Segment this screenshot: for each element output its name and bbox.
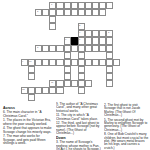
grid-cell[interactable]	[56, 45, 63, 52]
clue-text: 9. The author of "A Christmas Carol", an…	[56, 102, 102, 112]
grid-cell[interactable]	[49, 87, 56, 94]
grid-cell[interactable]	[106, 52, 113, 59]
clue-number: 7	[79, 38, 80, 40]
grid-cell[interactable]	[78, 2, 85, 9]
clue-text: 2. The first ghost to visit Scrooge that…	[104, 103, 149, 117]
grid-cell[interactable]	[28, 87, 35, 94]
grid-cell[interactable]	[106, 80, 113, 87]
clue-number: 4	[79, 31, 80, 33]
grid-cell[interactable]	[85, 59, 92, 66]
grid-cell[interactable]	[78, 80, 85, 87]
grid-cell[interactable]	[56, 9, 63, 16]
grid-cell[interactable]	[64, 52, 71, 59]
grid-cell[interactable]	[56, 80, 63, 87]
clues-column-3: 2. The first ghost to visit Scrooge that…	[104, 103, 149, 150]
clue-number: 3	[79, 24, 80, 26]
grid-cell[interactable]: 6	[64, 37, 71, 44]
crossword-worksheet: 123456789101112 Across6. The main charac…	[0, 0, 150, 150]
grid-cell[interactable]	[78, 9, 85, 16]
grid-cell[interactable]	[64, 59, 71, 66]
grid-cell[interactable]	[78, 66, 85, 73]
clue-number: 9	[22, 60, 23, 62]
grid-cell[interactable]	[113, 59, 120, 66]
grid-cell[interactable]	[28, 73, 35, 80]
grid-cell[interactable]	[99, 45, 106, 52]
grid-cell[interactable]	[71, 59, 78, 66]
grid-cell[interactable]	[78, 59, 85, 66]
grid-cell[interactable]	[92, 37, 99, 44]
grid-cell[interactable]	[64, 45, 71, 52]
clue-text: 7. The man who works for Scrooge, and ge…	[3, 134, 53, 144]
grid-cell[interactable]	[71, 9, 78, 16]
grid-cell[interactable]	[64, 9, 71, 16]
clues-column-3-content: 2. The first ghost to visit Scrooge that…	[104, 103, 149, 150]
clues-column-1-content: Across6. The main character in "A Christ…	[3, 106, 53, 145]
grid-cell[interactable]	[99, 9, 106, 16]
grid-cell[interactable]: 8	[35, 45, 42, 52]
clue-text: 3. The name of Scrooge's nephew, whose m…	[56, 141, 102, 150]
clue-number: 5	[108, 31, 109, 33]
grid-cell[interactable]: 1	[49, 2, 56, 9]
grid-cell[interactable]	[85, 45, 92, 52]
clue-text: 5. The second ghost met by Marley to enl…	[104, 118, 149, 132]
grid-cell[interactable]	[78, 87, 85, 94]
grid-cell[interactable]	[92, 45, 99, 52]
grid-cell[interactable]: 4	[78, 30, 85, 37]
grid-cell[interactable]	[49, 16, 56, 23]
grid-cell[interactable]	[71, 2, 78, 9]
grid-cell[interactable]	[64, 2, 71, 9]
grid-cell[interactable]	[99, 37, 106, 44]
grid-cell[interactable]	[42, 87, 49, 94]
grid-cell[interactable]	[64, 66, 71, 73]
grid-cell[interactable]	[78, 52, 85, 59]
clue-number: 6	[65, 38, 66, 40]
grid-cell[interactable]	[92, 2, 99, 9]
grid-cell[interactable]	[78, 73, 85, 80]
clue-number: 10	[29, 60, 32, 62]
grid-cell[interactable]	[42, 45, 49, 52]
clue-text: 1. The places in the Victorian Era, wher…	[3, 118, 53, 125]
grid-cell[interactable]	[85, 80, 92, 87]
clue-text: 12. The third, and last ghost to appear …	[56, 121, 102, 135]
grid-cell[interactable]	[35, 87, 42, 94]
clue-number: 12	[22, 88, 25, 90]
grid-cell[interactable]	[99, 30, 106, 37]
grid-cell[interactable]	[106, 37, 113, 44]
clue-number: 1	[51, 3, 52, 5]
grid-cell[interactable]	[85, 30, 92, 37]
grid-cell[interactable]: 11	[49, 80, 56, 87]
grid-cell[interactable]	[64, 73, 71, 80]
grid-cell[interactable]	[99, 59, 106, 66]
clue-number: 8	[37, 46, 38, 48]
clues-column-2-content: 9. The author of "A Christmas Carol", an…	[56, 102, 102, 150]
grid-cell[interactable]	[106, 59, 113, 66]
grid-cell[interactable]	[85, 2, 92, 9]
grid-cell[interactable]: 7	[78, 37, 85, 44]
grid-cell[interactable]	[106, 73, 113, 80]
grid-cell[interactable]	[92, 9, 99, 16]
grid-cell[interactable]	[56, 59, 63, 66]
black-cell	[71, 37, 78, 44]
grid-cell[interactable]	[106, 2, 113, 9]
grid-cell[interactable]: 9	[21, 59, 28, 66]
clue-text: 8. One of Bob Cratchit's many children, …	[104, 133, 149, 150]
grid-cell[interactable]: 5	[106, 30, 113, 37]
grid-cell[interactable]	[64, 80, 71, 87]
grid-cell[interactable]	[71, 45, 78, 52]
grid-cell[interactable]	[99, 2, 106, 9]
grid-cell[interactable]	[49, 9, 56, 16]
grid-cell[interactable]	[56, 2, 63, 9]
grid-cell[interactable]	[106, 45, 113, 52]
grid-cell[interactable]	[85, 9, 92, 16]
clue-text: 6. The main character in "A Christmas Ca…	[3, 111, 53, 118]
grid-cell[interactable]	[28, 94, 35, 101]
grid-cell[interactable]	[42, 59, 49, 66]
grid-cell[interactable]	[92, 30, 99, 37]
grid-cell[interactable]: 10	[28, 59, 35, 66]
grid-cell[interactable]: 3	[78, 23, 85, 30]
clues-column-2: 9. The author of "A Christmas Carol", an…	[56, 102, 102, 150]
grid-cell[interactable]	[49, 23, 56, 30]
clues-column-1: Across6. The main character in "A Christ…	[3, 106, 53, 150]
grid-cell[interactable]	[28, 66, 35, 73]
clue-number: 2	[37, 10, 38, 12]
grid-cell[interactable]	[78, 45, 85, 52]
grid-cell[interactable]	[106, 66, 113, 73]
grid-cell[interactable]	[49, 59, 56, 66]
grid-cell[interactable]	[49, 45, 56, 52]
clue-number: 11	[51, 81, 53, 83]
crossword-grid: 123456789101112	[21, 2, 120, 101]
grid-cell[interactable]	[85, 37, 92, 44]
grid-cell[interactable]	[35, 59, 42, 66]
grid-cell[interactable]	[71, 80, 78, 87]
grid-cell[interactable]	[42, 9, 49, 16]
clue-text: 11. The city in which "A Christmas Carol…	[56, 113, 102, 120]
grid-cell[interactable]	[56, 87, 63, 94]
grid-cell[interactable]	[92, 59, 99, 66]
grid-cell[interactable]: 12	[21, 87, 28, 94]
grid-cell[interactable]: 2	[35, 9, 42, 16]
clue-text: 4. The ghost that appears to make Scroog…	[3, 126, 53, 133]
